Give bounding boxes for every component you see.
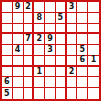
cell-r1c9[interactable] <box>88 2 99 13</box>
cell-r2c9[interactable] <box>88 13 99 24</box>
cell-r4c6[interactable] <box>56 34 67 45</box>
cell-r8c5[interactable] <box>45 77 56 88</box>
cell-r7c5[interactable] <box>45 67 56 78</box>
cell-r1c3[interactable]: 2 <box>24 2 35 13</box>
cell-r4c8[interactable] <box>77 34 88 45</box>
cell-r9c6[interactable] <box>56 88 67 99</box>
cell-r2c5[interactable] <box>45 13 56 24</box>
cell-r1c4[interactable] <box>34 2 45 13</box>
cell-r7c2[interactable] <box>13 67 24 78</box>
cell-r6c1[interactable] <box>2 56 13 67</box>
cell-r8c7[interactable] <box>67 77 78 88</box>
cell-r3c4[interactable] <box>34 24 45 35</box>
cell-r7c8[interactable] <box>77 67 88 78</box>
cell-r1c6[interactable] <box>56 2 67 13</box>
cell-r1c8[interactable] <box>77 2 88 13</box>
cell-r1c5[interactable] <box>45 2 56 13</box>
cell-r1c1[interactable] <box>2 2 13 13</box>
cell-r6c8[interactable]: 6 <box>77 56 88 67</box>
cell-r5c9[interactable] <box>88 45 99 56</box>
cell-r6c7[interactable] <box>67 56 78 67</box>
cell-r6c3[interactable] <box>24 56 35 67</box>
cell-r3c6[interactable] <box>56 24 67 35</box>
cell-r1c2[interactable]: 9 <box>13 2 24 13</box>
cell-r9c2[interactable] <box>13 88 24 99</box>
cell-r8c4[interactable] <box>34 77 45 88</box>
cell-r7c7[interactable]: 2 <box>67 67 78 78</box>
cell-r2c6[interactable]: 5 <box>56 13 67 24</box>
cell-r5c8[interactable]: 5 <box>77 45 88 56</box>
cell-r9c9[interactable] <box>88 88 99 99</box>
cell-r8c3[interactable] <box>24 77 35 88</box>
cell-r7c1[interactable] <box>2 67 13 78</box>
cell-r3c8[interactable] <box>77 24 88 35</box>
cell-r3c5[interactable] <box>45 24 56 35</box>
cell-r6c4[interactable] <box>34 56 45 67</box>
sudoku-board: 92385729435611265 <box>0 0 101 101</box>
cell-r8c8[interactable] <box>77 77 88 88</box>
cell-r6c2[interactable] <box>13 56 24 67</box>
cell-r2c8[interactable] <box>77 13 88 24</box>
cell-r9c1[interactable]: 5 <box>2 88 13 99</box>
cell-r2c7[interactable] <box>67 13 78 24</box>
cell-r6c5[interactable] <box>45 56 56 67</box>
cell-r5c5[interactable]: 3 <box>45 45 56 56</box>
cell-r7c9[interactable] <box>88 67 99 78</box>
cell-r4c9[interactable] <box>88 34 99 45</box>
cell-r4c1[interactable] <box>2 34 13 45</box>
cell-r5c6[interactable] <box>56 45 67 56</box>
cell-r6c6[interactable] <box>56 56 67 67</box>
cell-r8c9[interactable] <box>88 77 99 88</box>
cell-r3c7[interactable] <box>67 24 78 35</box>
cell-r5c4[interactable] <box>34 45 45 56</box>
cell-r2c4[interactable]: 8 <box>34 13 45 24</box>
cell-r2c1[interactable] <box>2 13 13 24</box>
cell-r4c2[interactable] <box>13 34 24 45</box>
cell-r9c3[interactable] <box>24 88 35 99</box>
cell-r9c5[interactable] <box>45 88 56 99</box>
cell-r8c2[interactable] <box>13 77 24 88</box>
cell-r9c7[interactable] <box>67 88 78 99</box>
cell-r5c1[interactable] <box>2 45 13 56</box>
cell-r9c4[interactable] <box>34 88 45 99</box>
cell-r4c5[interactable]: 9 <box>45 34 56 45</box>
cell-r3c9[interactable] <box>88 24 99 35</box>
cell-r4c3[interactable]: 7 <box>24 34 35 45</box>
cell-r8c6[interactable] <box>56 77 67 88</box>
cell-r4c7[interactable] <box>67 34 78 45</box>
cell-r7c3[interactable] <box>24 67 35 78</box>
cell-r5c7[interactable] <box>67 45 78 56</box>
cell-r6c9[interactable]: 1 <box>88 56 99 67</box>
cell-r5c3[interactable] <box>24 45 35 56</box>
cell-r3c3[interactable] <box>24 24 35 35</box>
cell-r4c4[interactable]: 2 <box>34 34 45 45</box>
cell-r5c2[interactable]: 4 <box>13 45 24 56</box>
cell-r2c2[interactable] <box>13 13 24 24</box>
cell-r7c4[interactable]: 1 <box>34 67 45 78</box>
cell-r7c6[interactable] <box>56 67 67 78</box>
cell-r1c7[interactable]: 3 <box>67 2 78 13</box>
cell-r3c1[interactable] <box>2 24 13 35</box>
cell-r2c3[interactable] <box>24 13 35 24</box>
cell-r3c2[interactable] <box>13 24 24 35</box>
cell-r9c8[interactable] <box>77 88 88 99</box>
cell-r8c1[interactable]: 6 <box>2 77 13 88</box>
